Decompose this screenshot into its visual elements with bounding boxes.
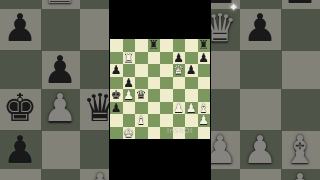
square-c8[interactable] (135, 39, 148, 52)
bg-white-pawn-piece: ♟ (280, 169, 320, 180)
square-h6[interactable] (198, 64, 211, 77)
bg-square-a7 (0, 0, 40, 9)
bg-square-h5 (280, 49, 320, 89)
square-b2[interactable] (123, 114, 136, 127)
square-b7[interactable]: ♜ (123, 52, 136, 65)
square-f7[interactable]: ♟ (173, 52, 186, 65)
square-e4[interactable] (160, 89, 173, 102)
bg-square-g3: ♟ (240, 129, 280, 169)
bg-black-pawn-piece: ♟ (40, 49, 80, 89)
bg-square-h7: ♟ (280, 0, 320, 9)
square-f2[interactable] (173, 114, 186, 127)
square-h4[interactable] (198, 89, 211, 102)
square-g8[interactable] (185, 39, 198, 52)
square-e2[interactable] (160, 114, 173, 127)
bg-black-pawn-piece: ♟ (0, 9, 40, 49)
square-c3[interactable] (135, 102, 148, 115)
square-c5[interactable] (135, 77, 148, 90)
square-e7[interactable] (160, 52, 173, 65)
bg-square-g6: ♟ (240, 9, 280, 49)
white-bishop-piece[interactable]: ♝ (198, 102, 211, 115)
bg-black-pawn-piece: ♟ (0, 129, 40, 169)
bg-square-h2: ♟ (280, 169, 320, 180)
square-f3[interactable]: ♟ (173, 102, 186, 115)
bg-square-b2 (40, 169, 80, 180)
square-a4[interactable]: ♚ (110, 89, 123, 102)
bg-black-pawn-piece: ♟ (280, 0, 320, 9)
white-pawn-piece[interactable]: ♟ (198, 114, 211, 127)
square-b4[interactable]: ♟ (123, 89, 136, 102)
square-f5[interactable] (173, 77, 186, 90)
square-e5[interactable] (160, 77, 173, 90)
bg-white-bishop-piece: ♝ (280, 129, 320, 169)
square-g2[interactable] (185, 114, 198, 127)
square-d8[interactable]: ♜ (148, 39, 161, 52)
square-e3[interactable] (160, 102, 173, 115)
bg-square-h6 (280, 9, 320, 49)
square-d5[interactable] (148, 77, 161, 90)
bg-square-b4: ♟ (40, 89, 80, 129)
square-a3[interactable]: ♟ (110, 102, 123, 115)
bg-square-a4: ♚ (0, 89, 40, 129)
bg-square-b3 (40, 129, 80, 169)
bg-white-pawn-piece: ♟ (240, 129, 280, 169)
white-bishop-piece[interactable]: ♝ (135, 114, 148, 127)
inshot-watermark: InShOt (167, 127, 193, 135)
square-a1[interactable] (110, 127, 123, 140)
white-rook-piece[interactable]: ♜ (123, 52, 136, 65)
bg-square-b6 (40, 9, 80, 49)
sparkle-effect-icon: ✦ (229, 2, 238, 13)
square-b8[interactable] (123, 39, 136, 52)
bg-white-rook-piece: ♜ (40, 0, 80, 9)
bg-square-b7: ♜ (40, 0, 80, 9)
bg-black-king-piece: ♚ (0, 89, 40, 129)
square-d7[interactable] (148, 52, 161, 65)
black-rook-piece[interactable]: ♜ (148, 39, 161, 52)
bg-white-pawn-piece: ♟ (40, 89, 80, 129)
black-queen-piece[interactable]: ♛ (135, 89, 148, 102)
square-c7[interactable] (135, 52, 148, 65)
square-a8[interactable] (110, 39, 123, 52)
square-g4[interactable] (185, 89, 198, 102)
square-d6[interactable] (148, 64, 161, 77)
square-h2[interactable]: ♟ (198, 114, 211, 127)
white-king-piece[interactable]: ♚ (123, 127, 136, 140)
bg-black-pawn-piece: ♟ (240, 9, 280, 49)
vertical-video-strip: ♜♜♜♟♟♟♛♟♟♚♟♛♟♟♟♝♝♟♚ InShOt (109, 0, 211, 180)
black-king-piece[interactable]: ♚ (110, 89, 123, 102)
square-b1[interactable]: ♚ (123, 127, 136, 140)
square-e8[interactable] (160, 39, 173, 52)
square-c2[interactable]: ♝ (135, 114, 148, 127)
square-h3[interactable]: ♝ (198, 102, 211, 115)
square-h5[interactable] (198, 77, 211, 90)
bg-square-b5: ♟ (40, 49, 80, 89)
black-pawn-piece[interactable]: ♟ (110, 102, 123, 115)
square-h8[interactable]: ♜ (198, 39, 211, 52)
square-b3[interactable] (123, 102, 136, 115)
bg-square-a5 (0, 49, 40, 89)
square-b5[interactable]: ♟ (123, 77, 136, 90)
bg-square-g7 (240, 0, 280, 9)
square-a2[interactable] (110, 114, 123, 127)
black-pawn-piece[interactable]: ♟ (185, 64, 198, 77)
square-d1[interactable] (148, 127, 161, 140)
bg-square-g4 (240, 89, 280, 129)
square-f8[interactable] (173, 39, 186, 52)
black-pawn-piece[interactable]: ♟ (198, 52, 211, 65)
square-c4[interactable]: ♛ (135, 89, 148, 102)
white-pawn-piece[interactable]: ♟ (123, 89, 136, 102)
square-d4[interactable] (148, 89, 161, 102)
bg-square-h3: ♝ (280, 129, 320, 169)
square-a5[interactable] (110, 77, 123, 90)
square-g7[interactable] (185, 52, 198, 65)
square-d3[interactable] (148, 102, 161, 115)
white-pawn-piece[interactable]: ♟ (185, 102, 198, 115)
square-a7[interactable] (110, 52, 123, 65)
square-e6[interactable] (160, 64, 173, 77)
square-g3[interactable]: ♟ (185, 102, 198, 115)
black-rook-piece[interactable]: ♜ (198, 39, 211, 52)
square-d2[interactable] (148, 114, 161, 127)
white-queen-piece[interactable]: ♛ (173, 64, 186, 77)
square-c1[interactable] (135, 127, 148, 140)
square-g6[interactable]: ♟ (185, 64, 198, 77)
bg-square-a3: ♟ (0, 129, 40, 169)
square-g5[interactable] (185, 77, 198, 90)
square-h1[interactable] (198, 127, 211, 140)
black-pawn-piece[interactable]: ♟ (110, 64, 123, 77)
square-a6[interactable]: ♟ (110, 64, 123, 77)
white-pawn-piece[interactable]: ♟ (173, 102, 186, 115)
square-h7[interactable]: ♟ (198, 52, 211, 65)
square-c6[interactable] (135, 64, 148, 77)
black-pawn-piece[interactable]: ♟ (173, 52, 186, 65)
bg-square-g2 (240, 169, 280, 180)
bg-square-g5 (240, 49, 280, 89)
bg-square-a6: ♟ (0, 9, 40, 49)
square-b6[interactable] (123, 64, 136, 77)
bg-square-a2 (0, 169, 40, 180)
chess-board[interactable]: ♜♜♜♟♟♟♛♟♟♚♟♛♟♟♟♝♝♟♚ (110, 39, 210, 139)
square-f4[interactable] (173, 89, 186, 102)
bg-square-h4 (280, 89, 320, 129)
video-frame: ♜♜♜♟♟♟♛♟♟♚♟♛♟♟♟♝♝♟♚ ✦ ♜♜♜♟♟♟♛♟♟♚♟♛♟♟♟♝♝♟… (0, 0, 320, 180)
square-f6[interactable]: ♛ (173, 64, 186, 77)
black-pawn-piece[interactable]: ♟ (123, 77, 136, 90)
